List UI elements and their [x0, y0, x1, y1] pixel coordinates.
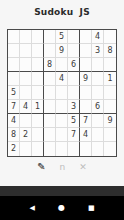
window-shadow-strip [0, 186, 124, 196]
sudoku-cell-r9c4[interactable] [44, 142, 56, 156]
sudoku-cell-r7c4[interactable] [44, 114, 56, 128]
sudoku-cell-r5c4[interactable] [44, 86, 56, 100]
sudoku-cell-r3c6[interactable]: 6 [68, 58, 80, 72]
sudoku-cell-r4c8[interactable] [92, 72, 104, 86]
sudoku-cell-r9c1[interactable]: 2 [8, 142, 20, 156]
sudoku-cell-r5c1[interactable]: 5 [8, 86, 20, 100]
sudoku-cell-r6c1[interactable]: 7 [8, 100, 20, 114]
sudoku-cell-r2c4[interactable] [44, 44, 56, 58]
sudoku-cell-r4c7[interactable]: 9 [80, 72, 92, 86]
sudoku-cell-r1c3[interactable] [32, 30, 44, 44]
sudoku-cell-r9c7[interactable] [80, 142, 92, 156]
sudoku-cell-r8c4[interactable] [44, 128, 56, 142]
sudoku-cell-r2c6[interactable] [68, 44, 80, 58]
sudoku-cell-r4c5[interactable]: 4 [56, 72, 68, 86]
sudoku-cell-r1c4[interactable] [44, 30, 56, 44]
sudoku-cell-r2c5[interactable]: 9 [56, 44, 68, 58]
sudoku-cell-r3c4[interactable]: 8 [44, 58, 56, 72]
sudoku-cell-r1c8[interactable]: 4 [92, 30, 104, 44]
sudoku-cell-r3c1[interactable] [8, 58, 20, 72]
sudoku-cell-r2c1[interactable] [8, 44, 20, 58]
sudoku-cell-r3c9[interactable] [104, 58, 116, 72]
sudoku-cell-r2c2[interactable] [20, 44, 32, 58]
back-icon[interactable]: ◀ [30, 205, 35, 212]
sudoku-cell-r1c5[interactable]: 5 [56, 30, 68, 44]
sudoku-cell-r7c2[interactable] [20, 114, 32, 128]
sudoku-cell-r9c9[interactable] [104, 142, 116, 156]
sudoku-cell-r3c8[interactable] [92, 58, 104, 72]
sudoku-cell-r6c9[interactable] [104, 100, 116, 114]
sudoku-cell-r5c6[interactable] [68, 86, 80, 100]
sudoku-cell-r2c9[interactable]: 8 [104, 44, 116, 58]
sudoku-cell-r6c2[interactable]: 4 [20, 100, 32, 114]
sudoku-cell-r2c8[interactable]: 3 [92, 44, 104, 58]
sudoku-cell-r6c5[interactable] [56, 100, 68, 114]
sudoku-cell-r4c2[interactable] [20, 72, 32, 86]
sudoku-cell-r8c3[interactable] [32, 128, 44, 142]
sudoku-cell-r7c3[interactable] [32, 114, 44, 128]
sudoku-cell-r4c6[interactable] [68, 72, 80, 86]
sudoku-cell-r7c8[interactable] [92, 114, 104, 128]
undo-icon[interactable]: n [60, 163, 66, 172]
sudoku-cell-r7c7[interactable]: 7 [80, 114, 92, 128]
sudoku-cell-r4c1[interactable] [8, 72, 20, 86]
sudoku-cell-r7c6[interactable]: 5 [68, 114, 80, 128]
sudoku-cell-r6c4[interactable] [44, 100, 56, 114]
clear-icon[interactable]: ✕ [79, 163, 87, 172]
sudoku-cell-r9c5[interactable] [56, 142, 68, 156]
pencil-icon[interactable]: ✎ [37, 162, 45, 172]
home-icon[interactable]: ● [58, 204, 65, 212]
sudoku-board: 5493886491574136457982742 [7, 29, 117, 157]
sudoku-cell-r8c2[interactable]: 2 [20, 128, 32, 142]
sudoku-cell-r8c9[interactable] [104, 128, 116, 142]
sudoku-cell-r9c6[interactable] [68, 142, 80, 156]
sudoku-cell-r7c5[interactable] [56, 114, 68, 128]
sudoku-cell-r7c1[interactable]: 4 [8, 114, 20, 128]
sudoku-cell-r8c1[interactable]: 8 [8, 128, 20, 142]
sudoku-cell-r5c8[interactable] [92, 86, 104, 100]
sudoku-cell-r3c2[interactable] [20, 58, 32, 72]
sudoku-cell-r5c5[interactable] [56, 86, 68, 100]
sudoku-cell-r9c3[interactable] [32, 142, 44, 156]
toolbar: ✎ n ✕ [0, 160, 124, 174]
sudoku-cell-r7c9[interactable]: 9 [104, 114, 116, 128]
sudoku-cell-r3c7[interactable] [80, 58, 92, 72]
recents-icon[interactable]: ■ [88, 205, 95, 212]
sudoku-cell-r9c8[interactable] [92, 142, 104, 156]
sudoku-cell-r5c9[interactable] [104, 86, 116, 100]
sudoku-cell-r4c4[interactable] [44, 72, 56, 86]
app-screen: Sudoku JS 5493886491574136457982742 ✎ n … [0, 0, 124, 174]
sudoku-cell-r1c9[interactable] [104, 30, 116, 44]
app-title: Sudoku JS [0, 0, 124, 19]
sudoku-cell-r2c7[interactable] [80, 44, 92, 58]
android-navbar: ◀ ● ■ [0, 196, 124, 220]
sudoku-cell-r6c3[interactable]: 1 [32, 100, 44, 114]
sudoku-cell-r5c2[interactable] [20, 86, 32, 100]
sudoku-cell-r3c5[interactable] [56, 58, 68, 72]
sudoku-cell-r8c7[interactable]: 4 [80, 128, 92, 142]
sudoku-cell-r8c6[interactable]: 7 [68, 128, 80, 142]
sudoku-cell-r4c3[interactable] [32, 72, 44, 86]
sudoku-cell-r1c1[interactable] [8, 30, 20, 44]
sudoku-cell-r8c8[interactable] [92, 128, 104, 142]
sudoku-cell-r4c9[interactable]: 1 [104, 72, 116, 86]
sudoku-cell-r1c2[interactable] [20, 30, 32, 44]
sudoku-cell-r9c2[interactable] [20, 142, 32, 156]
sudoku-cell-r3c3[interactable] [32, 58, 44, 72]
sudoku-cell-r1c7[interactable] [80, 30, 92, 44]
sudoku-cell-r6c7[interactable] [80, 100, 92, 114]
sudoku-cell-r6c6[interactable]: 3 [68, 100, 80, 114]
sudoku-cell-r6c8[interactable]: 6 [92, 100, 104, 114]
sudoku-cell-r8c5[interactable] [56, 128, 68, 142]
sudoku-cell-r5c7[interactable] [80, 86, 92, 100]
sudoku-cell-r5c3[interactable] [32, 86, 44, 100]
sudoku-cell-r1c6[interactable] [68, 30, 80, 44]
sudoku-cell-r2c3[interactable] [32, 44, 44, 58]
